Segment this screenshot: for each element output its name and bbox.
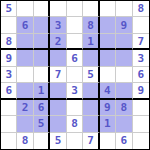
cell-r6c3[interactable]: 1: [34, 83, 50, 99]
cell-r1c4[interactable]: [50, 1, 66, 17]
cell-r6c1[interactable]: 6: [1, 83, 17, 99]
cell-r9c7[interactable]: [100, 133, 116, 149]
cell-r4c8[interactable]: [116, 50, 132, 66]
cell-r5c8[interactable]: [116, 67, 132, 83]
cell-r4c6[interactable]: [83, 50, 99, 66]
cell-r7c3[interactable]: 6: [34, 100, 50, 116]
cell-r2c6[interactable]: 8: [83, 17, 99, 33]
cell-r6c7[interactable]: 4: [100, 83, 116, 99]
cell-r3c6[interactable]: 1: [83, 34, 99, 50]
cell-r9c2[interactable]: 8: [17, 133, 33, 149]
cell-r5c1[interactable]: 3: [1, 67, 17, 83]
cell-r4c7[interactable]: [100, 50, 116, 66]
cell-r3c1[interactable]: 8: [1, 34, 17, 50]
cell-r2c9[interactable]: [133, 17, 149, 33]
cell-r4c1[interactable]: 9: [1, 50, 17, 66]
cell-r5c5[interactable]: [67, 67, 83, 83]
cell-r2c7[interactable]: [100, 17, 116, 33]
cell-r8c6[interactable]: [83, 116, 99, 132]
cell-r5c7[interactable]: [100, 67, 116, 83]
cell-r8c3[interactable]: 5: [34, 116, 50, 132]
cell-r8c8[interactable]: [116, 116, 132, 132]
cell-r6c9[interactable]: 9: [133, 83, 149, 99]
cell-r7c4[interactable]: [50, 100, 66, 116]
cell-r2c1[interactable]: [1, 17, 17, 33]
cell-r8c2[interactable]: [17, 116, 33, 132]
cell-r3c5[interactable]: [67, 34, 83, 50]
cell-r9c6[interactable]: 7: [83, 133, 99, 149]
cell-r8c7[interactable]: 1: [100, 116, 116, 132]
cell-r6c8[interactable]: [116, 83, 132, 99]
cell-r6c6[interactable]: [83, 83, 99, 99]
cell-r4c2[interactable]: [17, 50, 33, 66]
cell-r9c4[interactable]: 5: [50, 133, 66, 149]
cell-r1c1[interactable]: 5: [1, 1, 17, 17]
cell-r2c8[interactable]: 9: [116, 17, 132, 33]
cell-r7c9[interactable]: [133, 100, 149, 116]
cell-r4c5[interactable]: 6: [67, 50, 83, 66]
cell-r6c2[interactable]: [17, 83, 33, 99]
cell-r1c5[interactable]: [67, 1, 83, 17]
cell-r2c2[interactable]: 6: [17, 17, 33, 33]
cell-r1c6[interactable]: [83, 1, 99, 17]
sudoku-board: 586389821796337566134926985818576: [0, 0, 150, 150]
cell-r9c5[interactable]: [67, 133, 83, 149]
cell-r3c4[interactable]: 2: [50, 34, 66, 50]
cell-r8c1[interactable]: [1, 116, 17, 132]
cell-r1c9[interactable]: 8: [133, 1, 149, 17]
cell-r6c4[interactable]: [50, 83, 66, 99]
cell-r1c3[interactable]: [34, 1, 50, 17]
cell-r9c9[interactable]: [133, 133, 149, 149]
cell-r1c8[interactable]: [116, 1, 132, 17]
cell-r2c3[interactable]: [34, 17, 50, 33]
cell-r4c3[interactable]: [34, 50, 50, 66]
cell-r3c8[interactable]: [116, 34, 132, 50]
cell-r2c4[interactable]: 3: [50, 17, 66, 33]
cell-r7c5[interactable]: [67, 100, 83, 116]
cell-r3c9[interactable]: 7: [133, 34, 149, 50]
cell-r9c8[interactable]: 6: [116, 133, 132, 149]
cell-r9c3[interactable]: [34, 133, 50, 149]
cell-r3c7[interactable]: [100, 34, 116, 50]
cell-r5c4[interactable]: 7: [50, 67, 66, 83]
cell-r8c4[interactable]: [50, 116, 66, 132]
cell-r1c2[interactable]: [17, 1, 33, 17]
cell-r3c2[interactable]: [17, 34, 33, 50]
cell-r5c2[interactable]: [17, 67, 33, 83]
cell-r7c8[interactable]: 8: [116, 100, 132, 116]
cell-r1c7[interactable]: [100, 1, 116, 17]
cell-r7c1[interactable]: [1, 100, 17, 116]
cell-r7c2[interactable]: 2: [17, 100, 33, 116]
cell-r4c9[interactable]: 3: [133, 50, 149, 66]
cell-r8c5[interactable]: 8: [67, 116, 83, 132]
cell-r9c1[interactable]: [1, 133, 17, 149]
cell-r7c7[interactable]: 9: [100, 100, 116, 116]
cell-r6c5[interactable]: 3: [67, 83, 83, 99]
cell-r5c6[interactable]: 5: [83, 67, 99, 83]
cell-r4c4[interactable]: [50, 50, 66, 66]
cell-r3c3[interactable]: [34, 34, 50, 50]
cell-r2c5[interactable]: [67, 17, 83, 33]
cell-r7c6[interactable]: [83, 100, 99, 116]
cell-r8c9[interactable]: [133, 116, 149, 132]
cell-r5c3[interactable]: [34, 67, 50, 83]
cell-r5c9[interactable]: 6: [133, 67, 149, 83]
